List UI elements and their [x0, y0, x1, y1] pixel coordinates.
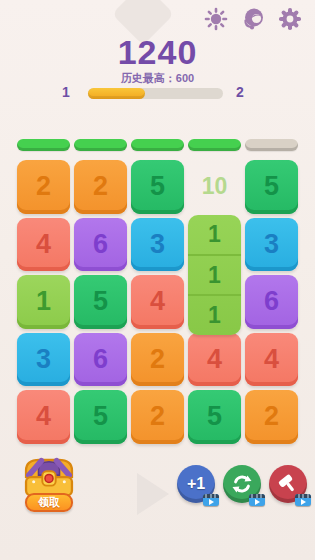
tile-4[interactable]: 4 — [17, 390, 70, 444]
lane-indicator-green — [74, 139, 127, 151]
plus-one-button[interactable]: +1 — [177, 465, 215, 503]
reward-chest-button[interactable]: 领取 — [21, 456, 79, 516]
tile-3[interactable]: 3 — [245, 218, 298, 272]
tile-2[interactable]: 2 — [245, 390, 298, 444]
progress-track — [88, 88, 223, 99]
plus-one-label: +1 — [187, 475, 205, 493]
tile-5[interactable]: 5 — [74, 275, 127, 329]
settings-icon — [278, 7, 302, 31]
brightness-button[interactable] — [204, 7, 228, 31]
lane-indicator-green — [188, 139, 241, 151]
top-toolbar — [204, 7, 302, 31]
board-grid: 225105463315463624445252 — [17, 160, 298, 444]
tile-2[interactable]: 2 — [17, 160, 70, 214]
video-ad-badge — [295, 494, 311, 506]
tile-4[interactable]: 4 — [188, 333, 241, 387]
tile-5[interactable]: 5 — [131, 160, 184, 214]
falling-piece: 111 — [188, 215, 241, 335]
tile-1[interactable]: 1 — [17, 275, 70, 329]
score-value: 1240 — [0, 33, 315, 72]
lane-indicator-green — [17, 139, 70, 151]
tile-5[interactable]: 5 — [74, 390, 127, 444]
lane-indicator-green — [131, 139, 184, 151]
tile-3[interactable]: 3 — [17, 333, 70, 387]
tile-5[interactable]: 5 — [188, 390, 241, 444]
falling-piece-segment: 1 — [188, 254, 241, 295]
tile-2[interactable]: 2 — [131, 390, 184, 444]
tile-5[interactable]: 5 — [245, 160, 298, 214]
claim-button[interactable]: 领取 — [25, 493, 73, 512]
tile-2[interactable]: 2 — [131, 333, 184, 387]
support-icon — [241, 7, 265, 31]
tile-4[interactable]: 4 — [245, 333, 298, 387]
support-button[interactable] — [241, 7, 265, 31]
lane-indicators — [17, 139, 298, 151]
level-next: 2 — [228, 84, 252, 100]
settings-button[interactable] — [278, 7, 302, 31]
video-ad-badge — [203, 494, 219, 506]
game-screen: 1240 历史最高：600 1 2 2251054633154636244452… — [0, 0, 315, 560]
best-score-label: 历史最高： — [121, 72, 176, 84]
brightness-icon — [204, 7, 228, 31]
swap-icon — [231, 473, 253, 495]
level-current: 1 — [54, 84, 78, 100]
hammer-icon — [277, 473, 299, 495]
play-triangle-watermark — [137, 473, 169, 515]
progress-fill — [88, 88, 145, 99]
tile-6[interactable]: 6 — [74, 333, 127, 387]
tile-4[interactable]: 4 — [131, 275, 184, 329]
ghost-hint[interactable]: 10 — [188, 160, 241, 214]
tile-2[interactable]: 2 — [74, 160, 127, 214]
powerup-bar: +1 — [177, 465, 307, 503]
video-ad-badge — [249, 494, 265, 506]
hammer-button[interactable] — [269, 465, 307, 503]
falling-piece-segment: 1 — [188, 294, 241, 335]
lane-indicator-gray — [245, 139, 298, 151]
tile-4[interactable]: 4 — [17, 218, 70, 272]
swap-button[interactable] — [223, 465, 261, 503]
best-score-value: 600 — [176, 72, 194, 84]
tile-6[interactable]: 6 — [74, 218, 127, 272]
tile-6[interactable]: 6 — [245, 275, 298, 329]
best-score-line: 历史最高：600 — [0, 71, 315, 86]
falling-piece-segment: 1 — [188, 215, 241, 254]
tile-3[interactable]: 3 — [131, 218, 184, 272]
